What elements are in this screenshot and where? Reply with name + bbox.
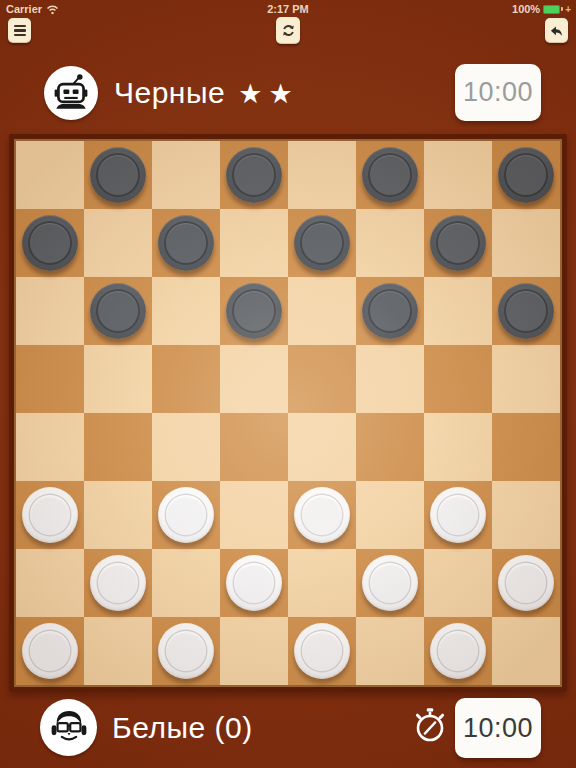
board-cell-r7c2[interactable] [152, 617, 220, 685]
board-cell-r3c0[interactable] [16, 345, 84, 413]
black-piece[interactable] [498, 147, 554, 203]
white-player-row: Белые (0) [112, 699, 253, 756]
board-cell-r5c3 [220, 481, 288, 549]
board-cell-r3c7 [492, 345, 560, 413]
board-cell-r6c7[interactable] [492, 549, 560, 617]
board-cell-r1c1 [84, 209, 152, 277]
black-player-avatar [44, 66, 98, 120]
undo-button[interactable] [545, 18, 568, 43]
black-piece[interactable] [430, 215, 486, 271]
white-timer-value: 10:00 [463, 713, 533, 744]
board-cell-r4c4 [288, 413, 356, 481]
app-screen: Carrier 2:17 PM 100% + [0, 0, 576, 768]
board-cell-r0c3[interactable] [220, 141, 288, 209]
refresh-button[interactable] [276, 17, 300, 44]
board-cell-r4c0 [16, 413, 84, 481]
board-cell-r1c4[interactable] [288, 209, 356, 277]
black-piece[interactable] [226, 283, 282, 339]
black-player-name: Черные [114, 76, 225, 110]
black-piece[interactable] [362, 283, 418, 339]
board-cell-r4c7[interactable] [492, 413, 560, 481]
board-cell-r7c7 [492, 617, 560, 685]
board-cell-r5c6[interactable] [424, 481, 492, 549]
undo-icon [549, 24, 564, 38]
board-cell-r6c4 [288, 549, 356, 617]
white-piece[interactable] [362, 555, 418, 611]
white-piece[interactable] [430, 487, 486, 543]
black-piece[interactable] [22, 215, 78, 271]
black-timer: 10:00 [455, 64, 541, 121]
board-cell-r2c1[interactable] [84, 277, 152, 345]
board-cell-r1c3 [220, 209, 288, 277]
board-cell-r3c2[interactable] [152, 345, 220, 413]
difficulty-stars: ★★ [238, 76, 298, 110]
board-cell-r2c5[interactable] [356, 277, 424, 345]
white-piece[interactable] [294, 487, 350, 543]
board-cell-r4c3[interactable] [220, 413, 288, 481]
board-cell-r0c4 [288, 141, 356, 209]
white-piece[interactable] [22, 487, 78, 543]
white-player-name: Белые (0) [112, 711, 253, 745]
white-piece[interactable] [226, 555, 282, 611]
board-cell-r6c5[interactable] [356, 549, 424, 617]
board-cell-r2c3[interactable] [220, 277, 288, 345]
board-cell-r7c1 [84, 617, 152, 685]
board-cell-r7c4[interactable] [288, 617, 356, 685]
refresh-icon [281, 23, 296, 38]
board-cell-r4c1[interactable] [84, 413, 152, 481]
white-piece[interactable] [158, 487, 214, 543]
black-player-row: Черные ★★ [114, 66, 299, 120]
board-cell-r3c6[interactable] [424, 345, 492, 413]
white-piece[interactable] [22, 623, 78, 679]
board-cell-r4c5[interactable] [356, 413, 424, 481]
black-piece[interactable] [294, 215, 350, 271]
board-cell-r7c6[interactable] [424, 617, 492, 685]
white-piece[interactable] [294, 623, 350, 679]
white-piece[interactable] [90, 555, 146, 611]
black-piece[interactable] [362, 147, 418, 203]
clock-label: 2:17 PM [267, 3, 309, 15]
board-cell-r2c2 [152, 277, 220, 345]
stopwatch-icon [411, 705, 449, 745]
board-cell-r6c1[interactable] [84, 549, 152, 617]
board-cell-r5c5 [356, 481, 424, 549]
black-piece[interactable] [158, 215, 214, 271]
board-cell-r4c2 [152, 413, 220, 481]
black-timer-value: 10:00 [463, 77, 533, 108]
board-cell-r2c0 [16, 277, 84, 345]
white-piece[interactable] [158, 623, 214, 679]
battery-icon [543, 5, 560, 14]
wifi-icon [46, 4, 59, 15]
board-cell-r0c6 [424, 141, 492, 209]
board-cell-r1c7 [492, 209, 560, 277]
robot-icon [50, 72, 92, 114]
board-cell-r7c0[interactable] [16, 617, 84, 685]
board-cell-r0c0 [16, 141, 84, 209]
board-cell-r3c4[interactable] [288, 345, 356, 413]
board-cell-r5c4[interactable] [288, 481, 356, 549]
menu-button[interactable] [8, 18, 31, 43]
battery-percent-label: 100% [512, 3, 540, 15]
board-cell-r0c2 [152, 141, 220, 209]
board-cell-r6c6 [424, 549, 492, 617]
board-cell-r1c0[interactable] [16, 209, 84, 277]
board-cell-r2c7[interactable] [492, 277, 560, 345]
black-piece[interactable] [498, 283, 554, 339]
board-cell-r5c7 [492, 481, 560, 549]
board-cell-r5c2[interactable] [152, 481, 220, 549]
black-piece[interactable] [226, 147, 282, 203]
board-frame [9, 134, 567, 692]
black-piece[interactable] [90, 147, 146, 203]
board-cell-r3c1 [84, 345, 152, 413]
white-piece[interactable] [430, 623, 486, 679]
white-player-avatar [40, 699, 97, 756]
nerd-face-icon [47, 706, 91, 750]
board-cell-r7c5 [356, 617, 424, 685]
board-cell-r3c3 [220, 345, 288, 413]
board-cell-r6c2 [152, 549, 220, 617]
white-piece[interactable] [498, 555, 554, 611]
white-timer: 10:00 [455, 698, 541, 758]
board-cell-r0c7[interactable] [492, 141, 560, 209]
board-cell-r2c4 [288, 277, 356, 345]
board-cell-r0c1[interactable] [84, 141, 152, 209]
board-cell-r1c5 [356, 209, 424, 277]
black-piece[interactable] [90, 283, 146, 339]
board-cell-r4c6 [424, 413, 492, 481]
board-cell-r5c1 [84, 481, 152, 549]
board-cell-r1c2[interactable] [152, 209, 220, 277]
charging-icon: + [565, 4, 571, 15]
board-cell-r6c3[interactable] [220, 549, 288, 617]
board-cell-r2c6 [424, 277, 492, 345]
board-cell-r1c6[interactable] [424, 209, 492, 277]
board-cell-r7c3 [220, 617, 288, 685]
board-cell-r6c0 [16, 549, 84, 617]
board-cell-r5c0[interactable] [16, 481, 84, 549]
board-cell-r0c5[interactable] [356, 141, 424, 209]
carrier-label: Carrier [6, 3, 42, 15]
board-grid [16, 141, 560, 685]
menu-icon [14, 25, 26, 37]
board-cell-r3c5 [356, 345, 424, 413]
